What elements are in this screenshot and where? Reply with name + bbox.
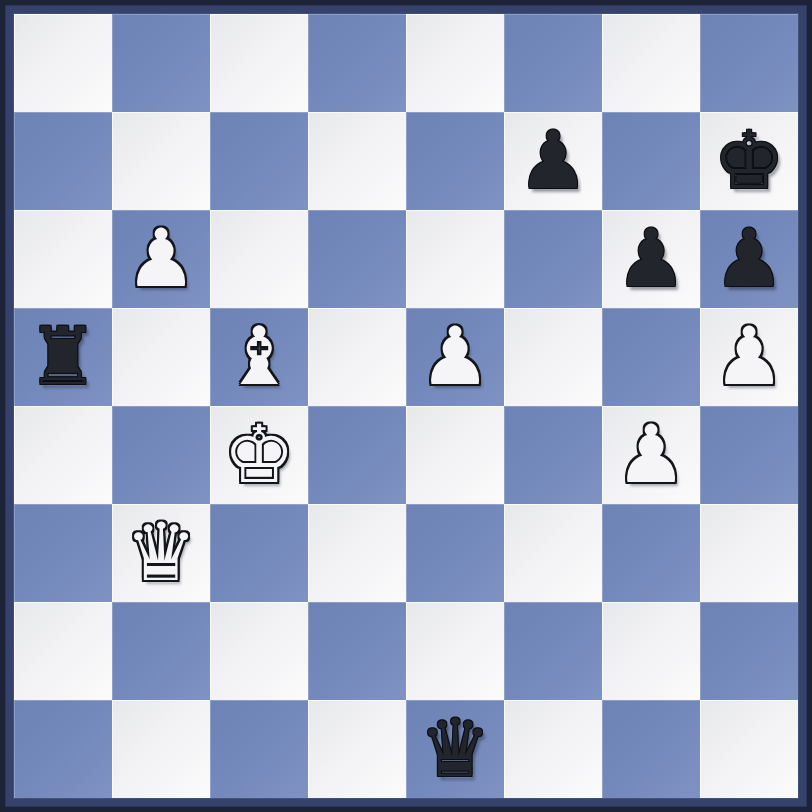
square-c7[interactable] [210,112,308,210]
square-b2[interactable] [112,602,210,700]
square-h5[interactable]: ♟ [700,308,798,406]
square-f5[interactable] [504,308,602,406]
board-frame-inner: ♟♚♟♟♟♜♝♟♟♚♟♛♛ [5,5,807,807]
chess-board: ♟♚♟♟♟♜♝♟♟♚♟♛♛ [14,14,798,798]
white-pawn[interactable]: ♟ [615,406,687,504]
square-h6[interactable]: ♟ [700,210,798,308]
square-a1[interactable] [14,700,112,798]
square-d4[interactable] [308,406,406,504]
square-d5[interactable] [308,308,406,406]
white-bishop[interactable]: ♝ [223,308,295,406]
square-b8[interactable] [112,14,210,112]
square-f2[interactable] [504,602,602,700]
white-pawn[interactable]: ♟ [125,210,197,308]
square-a5[interactable]: ♜ [14,308,112,406]
square-g8[interactable] [602,14,700,112]
square-c6[interactable] [210,210,308,308]
square-h2[interactable] [700,602,798,700]
square-d7[interactable] [308,112,406,210]
square-b7[interactable] [112,112,210,210]
square-f4[interactable] [504,406,602,504]
square-f6[interactable] [504,210,602,308]
square-e7[interactable] [406,112,504,210]
square-g6[interactable]: ♟ [602,210,700,308]
square-b1[interactable] [112,700,210,798]
square-e1[interactable]: ♛ [406,700,504,798]
black-pawn[interactable]: ♟ [517,112,589,210]
square-g4[interactable]: ♟ [602,406,700,504]
black-pawn[interactable]: ♟ [615,210,687,308]
square-e4[interactable] [406,406,504,504]
square-g1[interactable] [602,700,700,798]
white-pawn[interactable]: ♟ [419,308,491,406]
black-pawn[interactable]: ♟ [713,210,785,308]
square-h8[interactable] [700,14,798,112]
black-rook[interactable]: ♜ [27,308,99,406]
square-a7[interactable] [14,112,112,210]
square-f8[interactable] [504,14,602,112]
white-queen[interactable]: ♛ [125,504,197,602]
square-b3[interactable]: ♛ [112,504,210,602]
square-e6[interactable] [406,210,504,308]
square-a4[interactable] [14,406,112,504]
square-a6[interactable] [14,210,112,308]
square-f3[interactable] [504,504,602,602]
square-c4[interactable]: ♚ [210,406,308,504]
black-king[interactable]: ♚ [713,112,785,210]
square-g3[interactable] [602,504,700,602]
square-h3[interactable] [700,504,798,602]
square-h1[interactable] [700,700,798,798]
square-d1[interactable] [308,700,406,798]
square-d3[interactable] [308,504,406,602]
square-e3[interactable] [406,504,504,602]
square-a8[interactable] [14,14,112,112]
board-frame-outer: ♟♚♟♟♟♜♝♟♟♚♟♛♛ [0,0,812,812]
square-d6[interactable] [308,210,406,308]
square-d2[interactable] [308,602,406,700]
black-queen[interactable]: ♛ [419,700,491,798]
square-g5[interactable] [602,308,700,406]
square-f7[interactable]: ♟ [504,112,602,210]
square-h7[interactable]: ♚ [700,112,798,210]
square-c3[interactable] [210,504,308,602]
square-c2[interactable] [210,602,308,700]
square-e5[interactable]: ♟ [406,308,504,406]
square-a3[interactable] [14,504,112,602]
white-pawn[interactable]: ♟ [713,308,785,406]
square-c8[interactable] [210,14,308,112]
square-e2[interactable] [406,602,504,700]
square-d8[interactable] [308,14,406,112]
square-b6[interactable]: ♟ [112,210,210,308]
square-b5[interactable] [112,308,210,406]
square-c5[interactable]: ♝ [210,308,308,406]
white-king[interactable]: ♚ [223,406,295,504]
square-a2[interactable] [14,602,112,700]
square-g2[interactable] [602,602,700,700]
square-e8[interactable] [406,14,504,112]
square-g7[interactable] [602,112,700,210]
square-h4[interactable] [700,406,798,504]
square-c1[interactable] [210,700,308,798]
square-b4[interactable] [112,406,210,504]
square-f1[interactable] [504,700,602,798]
